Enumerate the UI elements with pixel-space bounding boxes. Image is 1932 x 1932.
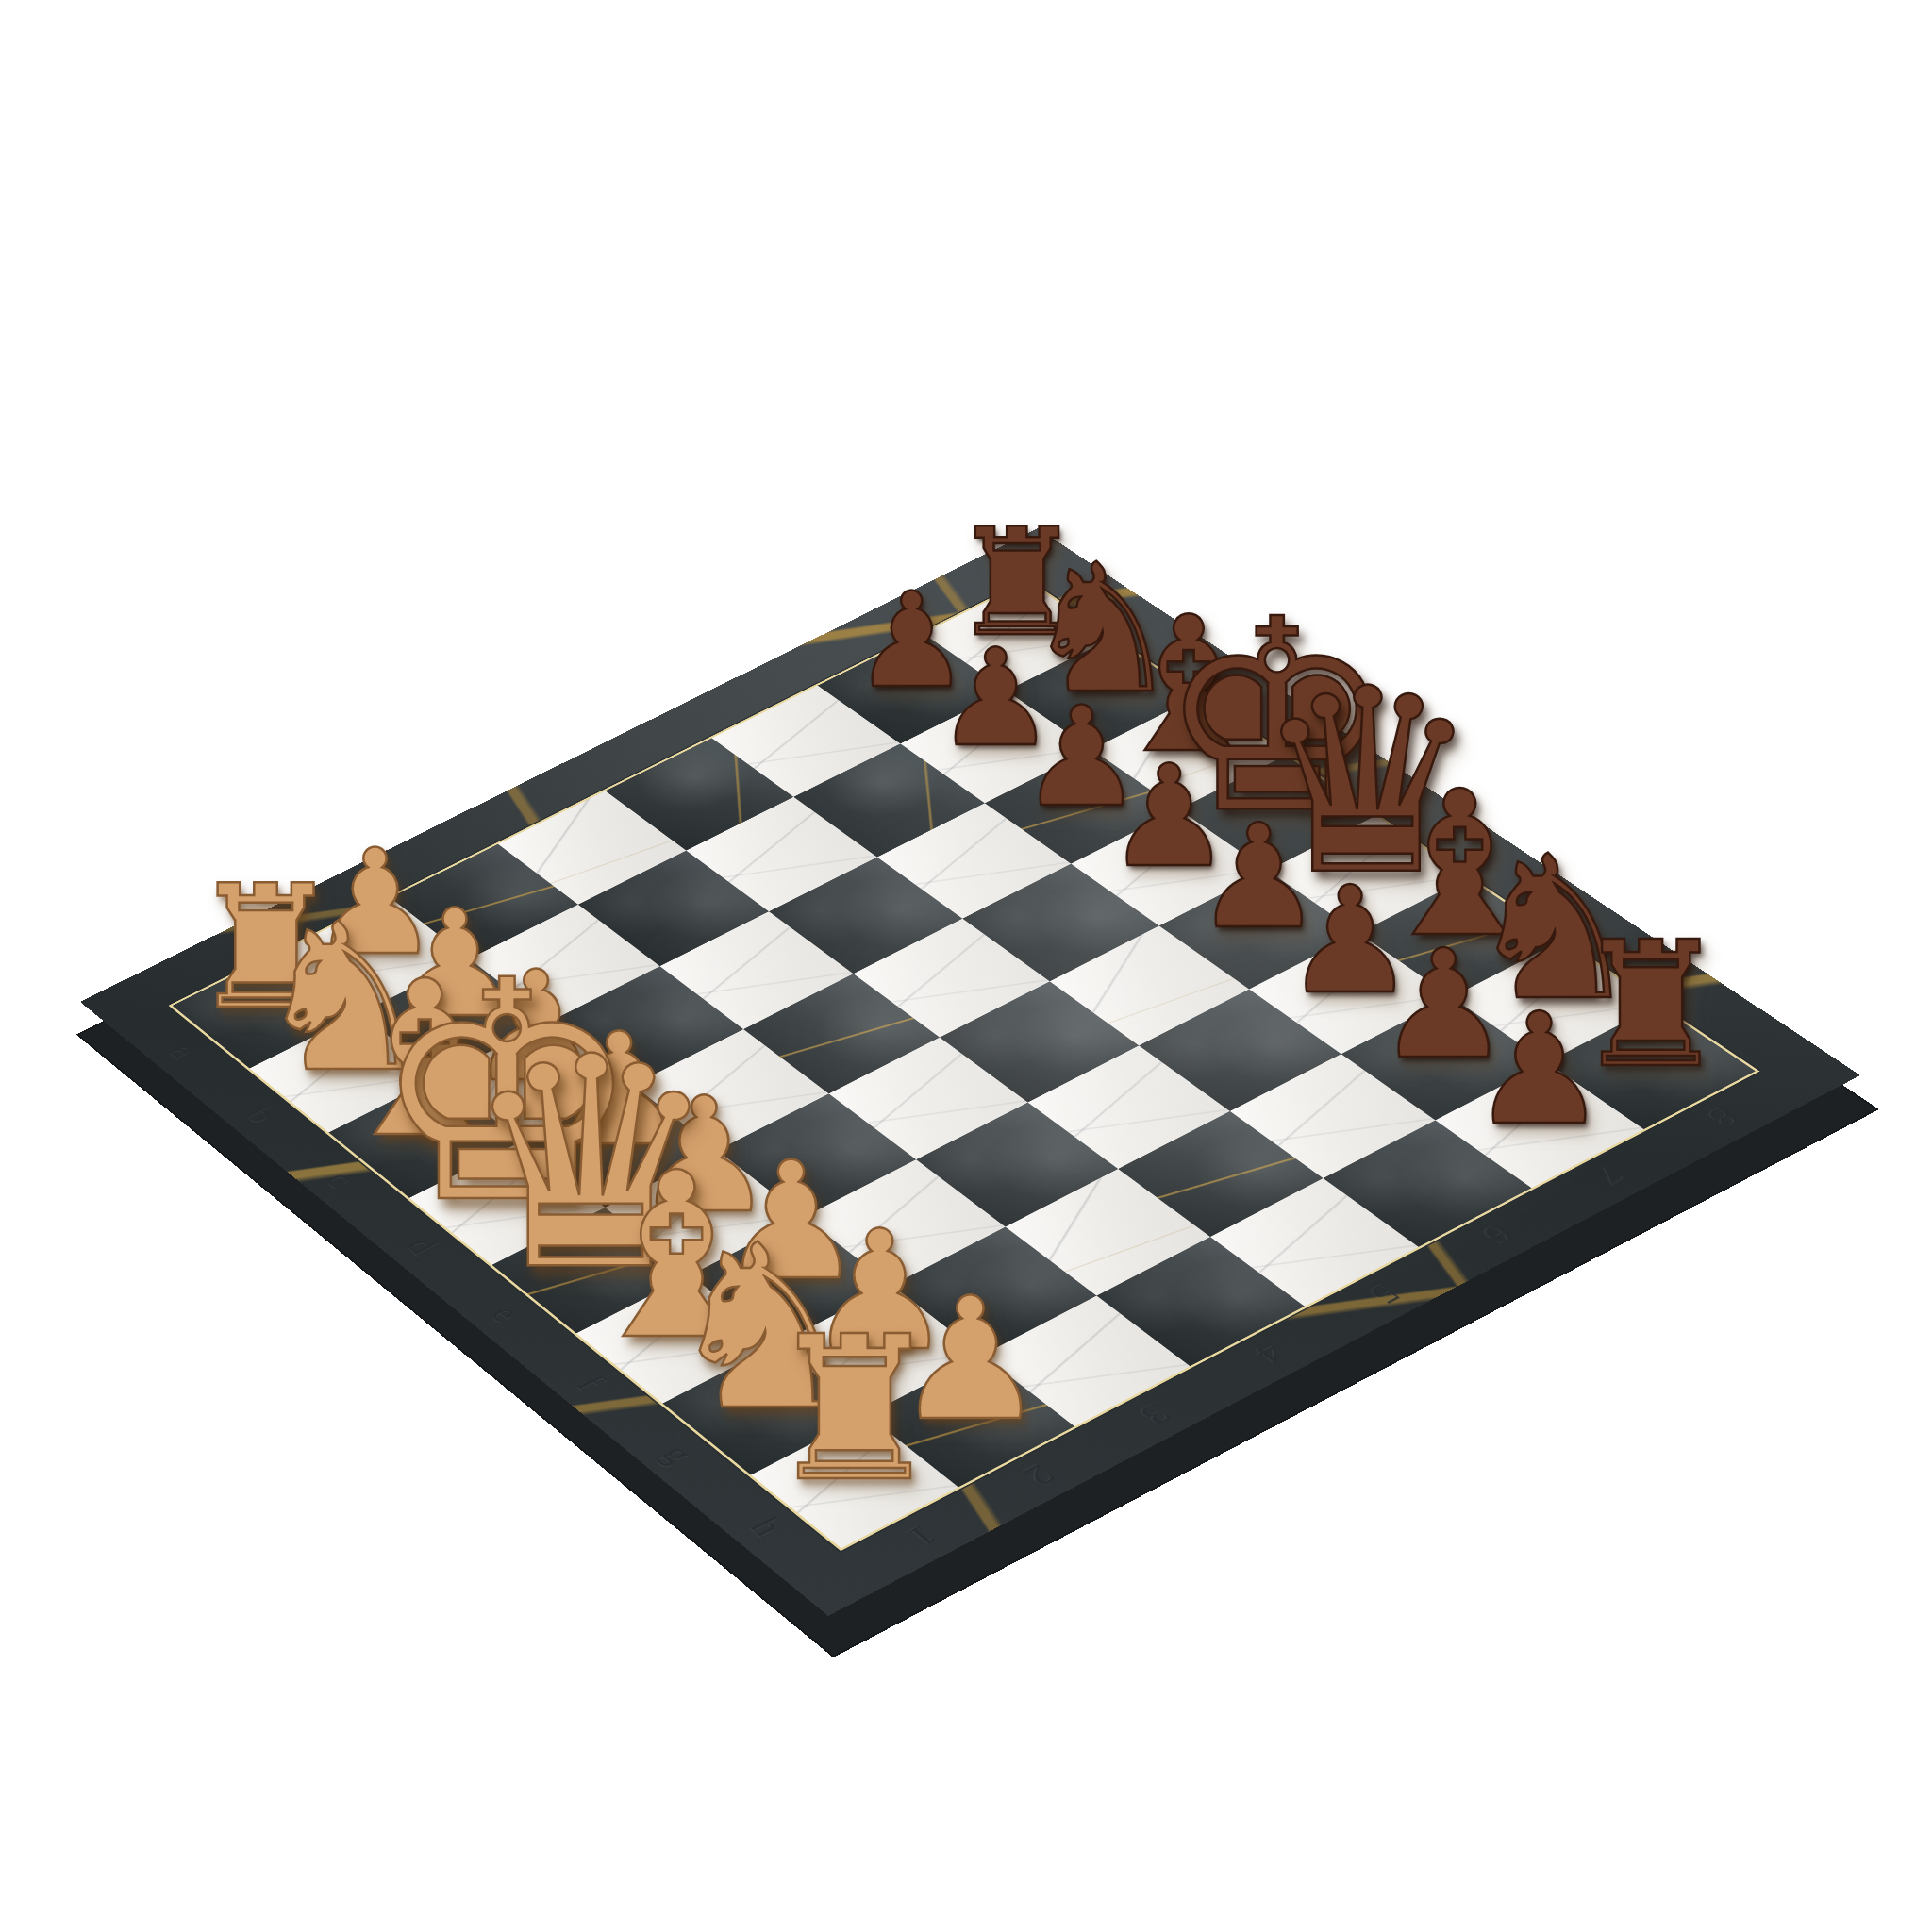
rank-label-1: 1 [901, 1521, 944, 1551]
file-label-a: a [162, 1039, 204, 1062]
product-photo-stage: abcdefgh12345678 ♜♞♝♚♛♝♞♜♟♟♟♟♟♟♟♟♜♞♝♚♛♝♞… [0, 0, 1932, 1932]
file-label-d: d [400, 1232, 444, 1258]
file-label-c: c [320, 1167, 362, 1191]
file-label-f: f [570, 1371, 611, 1394]
file-label-g: g [655, 1440, 701, 1467]
rank-label-3: 3 [1134, 1399, 1178, 1428]
file-label-h: h [743, 1512, 791, 1541]
rank-label-6: 6 [1477, 1220, 1522, 1248]
chess-board: abcdefgh12345678 [80, 528, 1860, 1616]
rank-label-4: 4 [1249, 1340, 1293, 1369]
file-label-b: b [240, 1101, 283, 1126]
rank-label-7: 7 [1590, 1161, 1634, 1190]
rank-label-5: 5 [1363, 1279, 1407, 1308]
file-label-e: e [484, 1301, 528, 1326]
rank-label-8: 8 [1702, 1103, 1747, 1131]
playing-area-grid [173, 581, 1756, 1548]
rank-label-2: 2 [1018, 1459, 1062, 1490]
